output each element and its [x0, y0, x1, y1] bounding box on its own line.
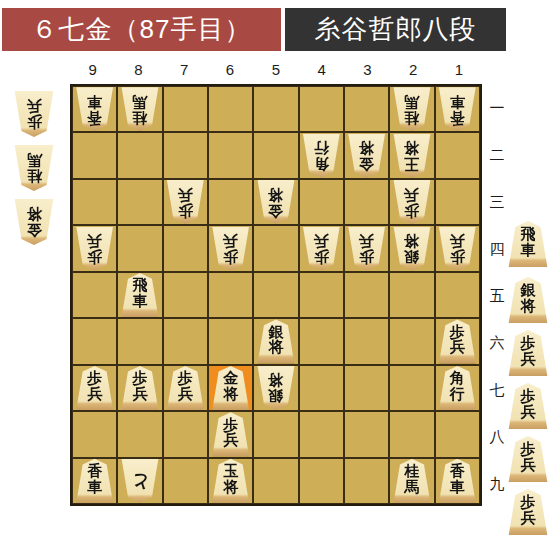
board-square-5-3[interactable]: 金将 [253, 179, 298, 225]
board-square-4-4[interactable]: 歩兵 [299, 225, 344, 271]
board-square-6-1[interactable] [208, 86, 253, 132]
shogi-piece-歩兵-gote[interactable]: 歩兵 [437, 227, 477, 271]
board-square-8-6[interactable] [117, 318, 162, 364]
board-square-7-5[interactable] [163, 272, 208, 318]
board-square-5-8[interactable] [253, 411, 298, 457]
shogi-board: 香車桂馬桂馬香車角行金将王将歩兵金将歩兵歩兵歩兵歩兵歩兵銀将歩兵飛車銀将歩兵歩兵… [70, 84, 482, 506]
file-label-4: 4 [299, 61, 345, 78]
shogi-piece-金将-gote[interactable]: 金将 [256, 180, 296, 224]
rank-label-3: 三 [484, 193, 510, 212]
board-square-1-6[interactable]: 歩兵 [435, 318, 480, 364]
board-square-7-8[interactable] [163, 411, 208, 457]
gote-hand-slot: 桂馬 [12, 144, 56, 192]
board-square-3-7[interactable] [344, 365, 389, 411]
shogi-piece-歩兵-gote[interactable]: 歩兵 [165, 180, 205, 224]
board-square-2-2[interactable]: 王将 [389, 132, 434, 178]
file-label-6: 6 [207, 61, 253, 78]
shogi-piece-玉将-sente[interactable]: 玉将 [211, 459, 251, 503]
board-square-2-1[interactable]: 桂馬 [389, 86, 434, 132]
board-square-3-4[interactable]: 歩兵 [344, 225, 389, 271]
board-square-7-2[interactable] [163, 132, 208, 178]
board-square-6-5[interactable] [208, 272, 253, 318]
board-square-2-8[interactable] [389, 411, 434, 457]
shogi-piece-歩兵-sente[interactable]: 歩兵 [507, 330, 549, 376]
shogi-piece-歩兵-gote[interactable]: 歩兵 [301, 227, 341, 271]
file-label-1: 1 [436, 61, 482, 78]
board-square-5-1[interactable] [253, 86, 298, 132]
board-square-8-7[interactable]: 歩兵 [117, 365, 162, 411]
board-square-3-1[interactable] [344, 86, 389, 132]
board-square-4-1[interactable] [299, 86, 344, 132]
shogi-piece-金将-gote[interactable]: 金将 [13, 199, 55, 245]
shogi-piece-歩兵-gote[interactable]: 歩兵 [347, 227, 387, 271]
shogi-piece-歩兵-gote[interactable]: 歩兵 [13, 91, 55, 137]
board-square-7-3[interactable]: 歩兵 [163, 179, 208, 225]
rank-label-2: 二 [484, 146, 510, 165]
board-square-1-4[interactable]: 歩兵 [435, 225, 480, 271]
gote-hand-slot: 金将 [12, 198, 56, 246]
board-square-8-5[interactable]: 飛車 [117, 272, 162, 318]
board-square-3-5[interactable] [344, 272, 389, 318]
board-square-7-9[interactable] [163, 458, 208, 504]
board-square-5-9[interactable] [253, 458, 298, 504]
board-square-3-2[interactable]: 金将 [344, 132, 389, 178]
shogi-piece-歩兵-sente[interactable]: 歩兵 [211, 412, 251, 456]
sente-hand-slot: 歩兵 [506, 435, 550, 483]
board-square-4-9[interactable] [299, 458, 344, 504]
board-square-3-8[interactable] [344, 411, 389, 457]
shogi-piece-飛車-sente[interactable]: 飛車 [120, 273, 160, 317]
board-square-3-3[interactable] [344, 179, 389, 225]
file-label-3: 3 [344, 61, 390, 78]
board-square-8-1[interactable]: 桂馬 [117, 86, 162, 132]
shogi-piece-王将-gote[interactable]: 王将 [392, 134, 432, 178]
board-square-8-3[interactable] [117, 179, 162, 225]
board-square-9-6[interactable] [72, 318, 117, 364]
board-square-7-1[interactable] [163, 86, 208, 132]
board-square-9-9[interactable]: 香車 [72, 458, 117, 504]
board-square-5-5[interactable] [253, 272, 298, 318]
file-label-2: 2 [390, 61, 436, 78]
board-square-6-6[interactable] [208, 318, 253, 364]
shogi-piece-銀将-gote[interactable]: 銀将 [392, 227, 432, 271]
board-square-2-5[interactable] [389, 272, 434, 318]
sente-hand-slot: 銀将 [506, 276, 550, 324]
board-square-9-1[interactable]: 香車 [72, 86, 117, 132]
board-square-3-9[interactable] [344, 458, 389, 504]
board-square-8-2[interactable] [117, 132, 162, 178]
board-square-6-4[interactable]: 歩兵 [208, 225, 253, 271]
shogi-piece-歩兵-gote[interactable]: 歩兵 [75, 227, 115, 271]
board-square-1-5[interactable] [435, 272, 480, 318]
board-square-2-6[interactable] [389, 318, 434, 364]
shogi-piece-香車-sente[interactable]: 香車 [75, 459, 115, 503]
shogi-piece-香車-gote[interactable]: 香車 [437, 87, 477, 131]
board-square-9-4[interactable]: 歩兵 [72, 225, 117, 271]
board-square-3-6[interactable] [344, 318, 389, 364]
shogi-piece-歩兵-sente[interactable]: 歩兵 [507, 489, 549, 535]
shogi-diagram: ６七金（87手目） 糸谷哲郎八段 987654321 一二三四五六七八九 香車桂… [0, 0, 560, 552]
board-square-6-8[interactable]: 歩兵 [208, 411, 253, 457]
shogi-piece-歩兵-sente[interactable]: 歩兵 [437, 319, 477, 363]
board-square-2-3[interactable]: 歩兵 [389, 179, 434, 225]
board-square-6-3[interactable] [208, 179, 253, 225]
rank-label-1: 一 [484, 99, 510, 118]
player-name-banner: 糸谷哲郎八段 [285, 8, 506, 51]
board-square-1-8[interactable] [435, 411, 480, 457]
board-square-8-8[interactable] [117, 411, 162, 457]
board-square-5-2[interactable] [253, 132, 298, 178]
file-label-8: 8 [115, 61, 161, 78]
shogi-piece-金将-gote[interactable]: 金将 [347, 134, 387, 178]
board-square-4-5[interactable] [299, 272, 344, 318]
board-square-6-2[interactable] [208, 132, 253, 178]
board-square-2-7[interactable] [389, 365, 434, 411]
board-square-9-7[interactable]: 歩兵 [72, 365, 117, 411]
shogi-piece-銀将-sente[interactable]: 銀将 [256, 319, 296, 363]
shogi-piece-桂馬-sente[interactable]: 桂馬 [392, 459, 432, 503]
shogi-piece-と-gote[interactable]: と [120, 459, 160, 503]
board-square-2-4[interactable]: 銀将 [389, 225, 434, 271]
board-square-5-4[interactable] [253, 225, 298, 271]
move-label-banner: ６七金（87手目） [2, 8, 281, 51]
shogi-piece-歩兵-gote[interactable]: 歩兵 [392, 180, 432, 224]
gote-hand-slot: 歩兵 [12, 90, 56, 138]
shogi-piece-歩兵-sente[interactable]: 歩兵 [120, 366, 160, 410]
sente-hand-slot: 飛車 [506, 220, 550, 268]
board-square-4-2[interactable]: 角行 [299, 132, 344, 178]
board-square-7-6[interactable] [163, 318, 208, 364]
shogi-piece-香車-sente[interactable]: 香車 [437, 459, 477, 503]
shogi-piece-桂馬-gote[interactable]: 桂馬 [13, 145, 55, 191]
shogi-piece-歩兵-gote[interactable]: 歩兵 [211, 227, 251, 271]
board-square-7-4[interactable] [163, 225, 208, 271]
board-square-8-4[interactable] [117, 225, 162, 271]
board-square-5-6[interactable]: 銀将 [253, 318, 298, 364]
board-square-7-7[interactable]: 歩兵 [163, 365, 208, 411]
shogi-piece-桂馬-gote[interactable]: 桂馬 [392, 87, 432, 131]
board-square-6-7[interactable]: 金将 [208, 365, 253, 411]
shogi-piece-香車-gote[interactable]: 香車 [75, 87, 115, 131]
board-square-1-9[interactable]: 香車 [435, 458, 480, 504]
shogi-piece-歩兵-sente[interactable]: 歩兵 [75, 366, 115, 410]
board-square-9-3[interactable] [72, 179, 117, 225]
sente-hand-slot: 歩兵 [506, 329, 550, 377]
sente-hand-slot: 歩兵 [506, 488, 550, 536]
file-label-9: 9 [70, 61, 116, 78]
board-square-1-2[interactable] [435, 132, 480, 178]
board-square-2-9[interactable]: 桂馬 [389, 458, 434, 504]
file-label-7: 7 [161, 61, 207, 78]
board-square-9-2[interactable] [72, 132, 117, 178]
file-label-5: 5 [253, 61, 299, 78]
board-square-4-8[interactable] [299, 411, 344, 457]
shogi-piece-桂馬-gote[interactable]: 桂馬 [120, 87, 160, 131]
board-square-1-7[interactable]: 角行 [435, 365, 480, 411]
sente-hand-slot: 歩兵 [506, 382, 550, 430]
board-square-9-5[interactable] [72, 272, 117, 318]
board-square-4-7[interactable] [299, 365, 344, 411]
board-square-4-3[interactable] [299, 179, 344, 225]
shogi-piece-角行-gote[interactable]: 角行 [301, 134, 341, 178]
board-square-5-7[interactable]: 銀将 [253, 365, 298, 411]
board-square-1-3[interactable] [435, 179, 480, 225]
shogi-piece-銀将-sente[interactable]: 銀将 [507, 277, 549, 323]
shogi-piece-角行-sente[interactable]: 角行 [437, 366, 477, 410]
board-square-8-9[interactable]: と [117, 458, 162, 504]
shogi-piece-歩兵-sente[interactable]: 歩兵 [165, 366, 205, 410]
board-square-6-9[interactable]: 玉将 [208, 458, 253, 504]
board-square-1-1[interactable]: 香車 [435, 86, 480, 132]
shogi-piece-歩兵-sente[interactable]: 歩兵 [507, 436, 549, 482]
board-square-9-8[interactable] [72, 411, 117, 457]
shogi-piece-金将-sente[interactable]: 金将 [211, 366, 251, 410]
board-square-4-6[interactable] [299, 318, 344, 364]
shogi-piece-飛車-sente[interactable]: 飛車 [507, 221, 549, 267]
shogi-piece-銀将-gote[interactable]: 銀将 [256, 366, 296, 410]
shogi-piece-歩兵-sente[interactable]: 歩兵 [507, 383, 549, 429]
